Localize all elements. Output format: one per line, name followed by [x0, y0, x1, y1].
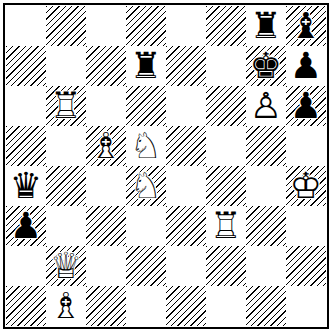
square-e6[interactable] [166, 86, 206, 126]
square-f2[interactable] [206, 246, 246, 286]
piece-white-rook[interactable]: ♖ [206, 206, 246, 246]
square-g7[interactable]: ♚ [246, 46, 286, 86]
piece-black-pawn[interactable]: ♟ [286, 86, 326, 126]
diagram-frame: ♜♝♜♚♟♜♖♟♙♟♝♗♞♘♛♞♘♚♔♟♜♖♛♕♝♗ [0, 0, 332, 332]
square-h8[interactable]: ♝ [286, 6, 326, 46]
square-c3[interactable] [86, 206, 126, 246]
square-b2[interactable]: ♛♕ [46, 246, 86, 286]
square-f4[interactable] [206, 166, 246, 206]
square-b3[interactable] [46, 206, 86, 246]
square-f1[interactable] [206, 286, 246, 326]
square-c7[interactable] [86, 46, 126, 86]
square-a8[interactable] [6, 6, 46, 46]
square-h6[interactable]: ♟ [286, 86, 326, 126]
square-b6[interactable]: ♜♖ [46, 86, 86, 126]
square-f7[interactable] [206, 46, 246, 86]
piece-white-pawn[interactable]: ♙ [246, 86, 286, 126]
piece-white-bishop[interactable]: ♗ [46, 286, 86, 326]
square-e3[interactable] [166, 206, 206, 246]
chess-board: ♜♝♜♚♟♜♖♟♙♟♝♗♞♘♛♞♘♚♔♟♜♖♛♕♝♗ [6, 6, 326, 326]
piece-white-queen[interactable]: ♕ [46, 246, 86, 286]
piece-black-rook[interactable]: ♜ [126, 46, 166, 86]
square-a4[interactable]: ♛ [6, 166, 46, 206]
square-f6[interactable] [206, 86, 246, 126]
square-c5[interactable]: ♝♗ [86, 126, 126, 166]
square-d2[interactable] [126, 246, 166, 286]
piece-white-king[interactable]: ♔ [286, 166, 326, 206]
piece-black-rook[interactable]: ♜ [246, 6, 286, 46]
piece-black-king[interactable]: ♚ [246, 46, 286, 86]
square-d3[interactable] [126, 206, 166, 246]
square-h7[interactable]: ♟ [286, 46, 326, 86]
square-h4[interactable]: ♚♔ [286, 166, 326, 206]
piece-white-bishop[interactable]: ♗ [86, 126, 126, 166]
square-b8[interactable] [46, 6, 86, 46]
square-f5[interactable] [206, 126, 246, 166]
square-d4[interactable]: ♞♘ [126, 166, 166, 206]
square-e5[interactable] [166, 126, 206, 166]
square-a1[interactable] [6, 286, 46, 326]
square-c4[interactable] [86, 166, 126, 206]
square-c6[interactable] [86, 86, 126, 126]
board-border: ♜♝♜♚♟♜♖♟♙♟♝♗♞♘♛♞♘♚♔♟♜♖♛♕♝♗ [3, 3, 329, 329]
square-a7[interactable] [6, 46, 46, 86]
piece-white-knight[interactable]: ♘ [126, 126, 166, 166]
square-b4[interactable] [46, 166, 86, 206]
square-d1[interactable] [126, 286, 166, 326]
square-d6[interactable] [126, 86, 166, 126]
square-g3[interactable] [246, 206, 286, 246]
piece-black-pawn[interactable]: ♟ [6, 206, 46, 246]
square-g1[interactable] [246, 286, 286, 326]
square-g4[interactable] [246, 166, 286, 206]
square-c2[interactable] [86, 246, 126, 286]
square-g2[interactable] [246, 246, 286, 286]
square-e1[interactable] [166, 286, 206, 326]
piece-black-queen[interactable]: ♛ [6, 166, 46, 206]
square-d8[interactable] [126, 6, 166, 46]
piece-white-rook[interactable]: ♖ [46, 86, 86, 126]
square-h2[interactable] [286, 246, 326, 286]
square-g6[interactable]: ♟♙ [246, 86, 286, 126]
square-a5[interactable] [6, 126, 46, 166]
square-h5[interactable] [286, 126, 326, 166]
square-g5[interactable] [246, 126, 286, 166]
square-e8[interactable] [166, 6, 206, 46]
square-d7[interactable]: ♜ [126, 46, 166, 86]
piece-white-knight[interactable]: ♘ [126, 166, 166, 206]
square-a2[interactable] [6, 246, 46, 286]
square-d5[interactable]: ♞♘ [126, 126, 166, 166]
square-b5[interactable] [46, 126, 86, 166]
square-c8[interactable] [86, 6, 126, 46]
square-g8[interactable]: ♜ [246, 6, 286, 46]
square-b7[interactable] [46, 46, 86, 86]
square-h1[interactable] [286, 286, 326, 326]
square-a6[interactable] [6, 86, 46, 126]
square-c1[interactable] [86, 286, 126, 326]
piece-black-bishop[interactable]: ♝ [286, 6, 326, 46]
square-f3[interactable]: ♜♖ [206, 206, 246, 246]
square-e2[interactable] [166, 246, 206, 286]
square-b1[interactable]: ♝♗ [46, 286, 86, 326]
square-h3[interactable] [286, 206, 326, 246]
square-e4[interactable] [166, 166, 206, 206]
square-e7[interactable] [166, 46, 206, 86]
square-a3[interactable]: ♟ [6, 206, 46, 246]
square-f8[interactable] [206, 6, 246, 46]
piece-black-pawn[interactable]: ♟ [286, 46, 326, 86]
